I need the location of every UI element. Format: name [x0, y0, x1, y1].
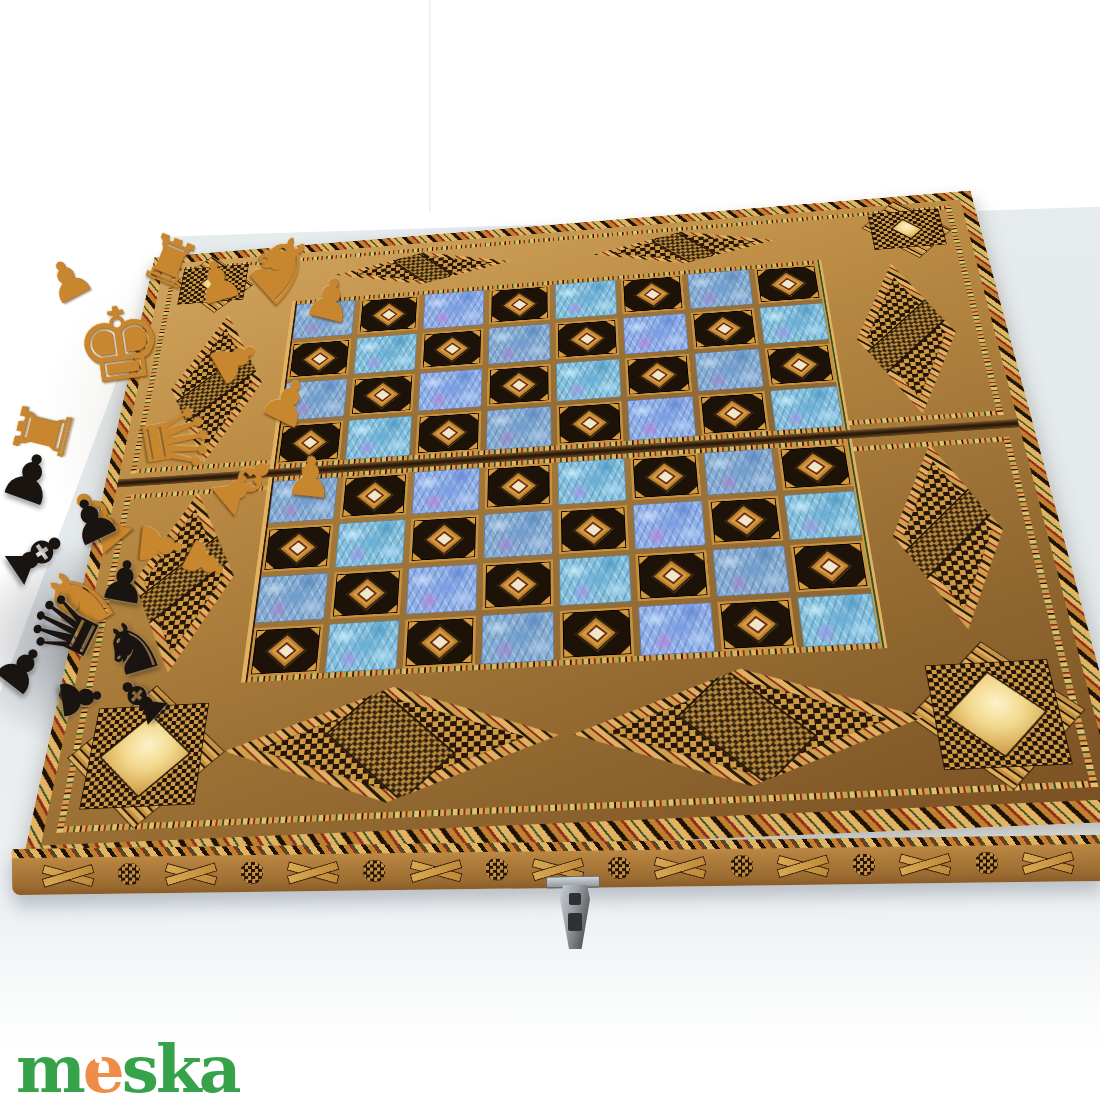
side-rosette-motif — [731, 855, 753, 877]
square-g5 — [698, 391, 769, 436]
square-d3 — [484, 510, 553, 559]
square-g1 — [717, 598, 797, 652]
square-a3 — [262, 524, 334, 572]
square-g8 — [687, 269, 753, 309]
square-b8 — [357, 295, 419, 334]
side-rosette-motif — [241, 861, 263, 883]
side-rosette-motif — [486, 858, 508, 880]
square-f3 — [633, 500, 706, 549]
square-c5 — [415, 411, 481, 455]
side-x-motif — [653, 857, 707, 878]
square-b2 — [330, 568, 403, 618]
side-x-motif — [1021, 852, 1075, 873]
square-e8 — [555, 280, 617, 319]
square-f5 — [627, 396, 696, 441]
side-x-motif — [408, 860, 462, 881]
square-b1 — [325, 620, 400, 673]
piece-light-king: ♚ — [69, 289, 172, 401]
square-f8 — [621, 275, 685, 315]
side-rosette-motif — [853, 853, 875, 875]
square-e3 — [558, 505, 629, 554]
square-d6 — [487, 364, 551, 407]
square-e6 — [556, 359, 621, 402]
square-c8 — [423, 290, 485, 329]
square-b4 — [340, 472, 409, 518]
brand-logo: meska — [16, 1030, 239, 1100]
square-e2 — [559, 555, 632, 606]
square-f4 — [630, 453, 701, 500]
square-d7 — [488, 323, 551, 364]
side-rosette-motif — [608, 857, 630, 879]
square-c3 — [409, 515, 479, 564]
square-e1 — [560, 607, 634, 660]
square-g3 — [708, 496, 783, 545]
square-c6 — [418, 369, 482, 411]
logo-suffix: ska — [122, 1030, 239, 1100]
square-d2 — [482, 559, 553, 610]
square-b5 — [345, 416, 412, 460]
square-b6 — [349, 374, 414, 416]
side-x-motif — [898, 853, 952, 874]
square-d4 — [485, 463, 553, 510]
square-f2 — [635, 550, 710, 601]
square-f6 — [625, 354, 692, 397]
square-a2 — [255, 573, 329, 623]
square-b7 — [353, 333, 417, 374]
square-e7 — [555, 318, 619, 359]
square-c2 — [406, 564, 478, 615]
square-b3 — [335, 519, 406, 567]
square-c7 — [420, 328, 483, 369]
side-rosette-motif — [118, 863, 140, 885]
square-h3 — [784, 491, 862, 540]
square-d1 — [481, 611, 554, 664]
piece-light-pawn: ♟ — [283, 449, 337, 508]
square-g4 — [704, 448, 778, 495]
square-h2 — [790, 541, 870, 593]
square-g2 — [713, 545, 791, 596]
square-f1 — [638, 602, 715, 656]
square-a1 — [248, 624, 324, 677]
side-rosette-motif — [363, 860, 385, 882]
square-d5 — [486, 406, 552, 450]
checkerboard-lower-half — [241, 438, 887, 682]
square-h6 — [765, 343, 836, 386]
square-h7 — [759, 303, 829, 344]
square-h8 — [754, 264, 822, 304]
square-f7 — [623, 313, 689, 354]
square-h1 — [797, 593, 880, 647]
square-e5 — [557, 401, 624, 445]
logo-bird-eye — [95, 1056, 102, 1063]
square-c4 — [412, 468, 480, 515]
corner-star-medallion-pearl — [910, 649, 1088, 782]
logo-accent: e — [83, 1030, 122, 1100]
side-x-motif — [164, 863, 218, 884]
square-c1 — [403, 616, 476, 669]
scene: ♞♟♟♚♟♜♛♟♟♝♟♜♝♟♞♟♟♟♝♟♛♞♟♟♝ meska — [0, 0, 1100, 1100]
corner-star-medallion — [860, 205, 955, 254]
side-rosette-motif — [975, 852, 997, 874]
logo-prefix: m — [16, 1030, 83, 1100]
square-e4 — [558, 458, 627, 505]
square-h5 — [770, 386, 843, 431]
side-x-motif — [286, 861, 340, 882]
side-x-motif — [41, 865, 95, 886]
square-g7 — [691, 308, 759, 349]
square-h4 — [778, 443, 854, 490]
square-g6 — [694, 349, 763, 392]
square-d8 — [489, 285, 550, 324]
side-x-motif — [776, 855, 830, 876]
